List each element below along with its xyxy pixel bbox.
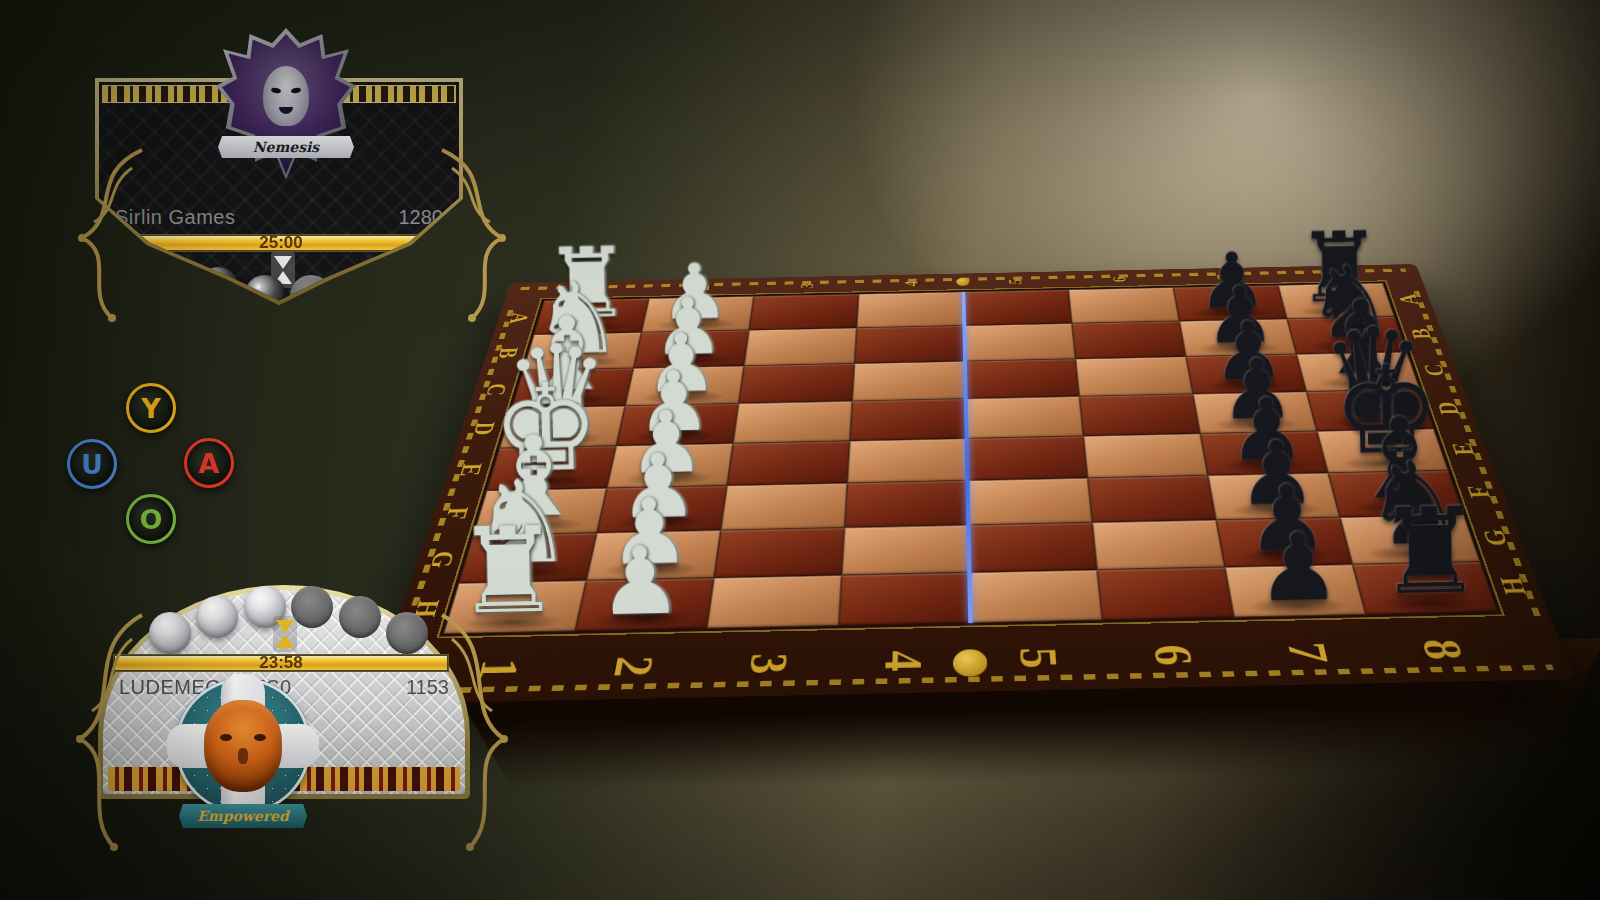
square-h2[interactable]: ♟ — [575, 578, 714, 631]
square-d5[interactable] — [966, 396, 1084, 438]
square-e3[interactable] — [727, 441, 850, 486]
square-g5[interactable] — [968, 523, 1097, 573]
square-c5[interactable] — [965, 359, 1079, 399]
controller-button-a[interactable]: A — [184, 438, 234, 488]
controller-button-u[interactable]: U — [67, 439, 117, 489]
player-panel-white: 23:58 LUDEMEGAMES0 1153 Empowered — [58, 575, 520, 880]
stone-orb-filled — [197, 267, 239, 309]
nemesis-face-icon — [263, 66, 309, 126]
square-h7[interactable]: ♟ — [1225, 565, 1366, 618]
square-b6[interactable] — [1072, 321, 1186, 359]
clock-time: 25:00 — [259, 233, 302, 253]
piece-white-pawn-h2[interactable]: ♟ — [573, 533, 707, 629]
square-f6[interactable] — [1088, 476, 1216, 523]
square-g3[interactable] — [714, 528, 845, 578]
player-panel-black: Sirlin Games 1280 25:00 Nemesis — [58, 28, 520, 328]
piece-black-pawn-h7[interactable]: ♟ — [1232, 519, 1366, 615]
rank-label: 4 — [898, 252, 924, 316]
stone-orb-filled — [244, 275, 286, 317]
square-e5[interactable] — [967, 436, 1088, 480]
square-c6[interactable] — [1075, 357, 1192, 397]
rank-label: 8 — [1393, 597, 1497, 705]
clock-bar: 23:58 — [113, 654, 449, 672]
square-h6[interactable] — [1097, 567, 1234, 620]
chess-board: ♜♟♟♜♞♟♟♞♝♟♟♝♛♟♟♛♚♟♟♚♝♟♟♝♞♟♟♞♜♟♟♜ 1234567… — [444, 147, 1490, 769]
stone-orb-filled — [151, 253, 193, 295]
nemesis-crest: Nemesis — [216, 28, 356, 180]
piece-black-rook-h8[interactable]: ♜ — [1363, 492, 1497, 613]
stone-orb-empty — [290, 275, 332, 317]
square-f4[interactable] — [845, 481, 969, 528]
filigree-ornament — [428, 144, 532, 324]
square-d3[interactable] — [733, 401, 852, 443]
file-label: A — [1378, 288, 1440, 311]
square-c3[interactable] — [739, 364, 855, 404]
square-h8[interactable]: ♜ — [1353, 562, 1498, 615]
army-banner: Empowered — [179, 804, 307, 828]
square-e4[interactable] — [847, 439, 967, 484]
controller-button-o[interactable]: O — [126, 494, 176, 544]
board-frame: ♜♟♟♜♞♟♟♞♝♟♟♝♛♟♟♛♚♟♟♚♝♟♟♝♞♟♟♞♜♟♟♜ 1234567… — [370, 264, 1574, 704]
square-d6[interactable] — [1079, 394, 1200, 436]
empowered-crest: Empowered — [173, 678, 313, 833]
square-h4[interactable] — [839, 573, 971, 626]
filigree-ornament — [428, 605, 532, 855]
filigree-ornament — [52, 605, 156, 855]
square-h5[interactable] — [969, 570, 1102, 623]
square-f5[interactable] — [967, 478, 1092, 525]
square-d4[interactable] — [850, 399, 967, 441]
stone-orb-empty — [386, 612, 428, 654]
army-banner: Nemesis — [218, 136, 354, 158]
stone-orb-empty — [337, 267, 379, 309]
square-e6[interactable] — [1083, 434, 1208, 478]
square-g6[interactable] — [1092, 520, 1225, 570]
filigree-ornament — [52, 144, 156, 324]
stone-orb-empty — [383, 253, 425, 295]
lion-face-icon — [204, 700, 282, 792]
stone-orb-filled — [196, 596, 238, 638]
square-b5[interactable] — [964, 323, 1075, 361]
square-b4[interactable] — [854, 326, 965, 364]
rank-labels-near: 12345678 — [423, 621, 1520, 700]
rank-label: 5 — [1001, 250, 1030, 314]
stone-orb-empty — [339, 596, 381, 638]
stone-orb-empty — [291, 586, 333, 628]
square-b3[interactable] — [744, 328, 857, 366]
clock-time: 23:58 — [259, 653, 302, 673]
square-f3[interactable] — [721, 483, 848, 530]
controller-button-y[interactable]: Y — [126, 383, 176, 433]
rank-label: 5 — [1001, 605, 1078, 713]
square-g4[interactable] — [842, 525, 970, 575]
chess2-match-screen: { "game": "Chess 2: The Sequel (chess, s… — [0, 0, 1600, 900]
square-h3[interactable] — [707, 575, 842, 628]
hourglass-icon — [273, 616, 297, 652]
square-c4[interactable] — [852, 361, 966, 401]
